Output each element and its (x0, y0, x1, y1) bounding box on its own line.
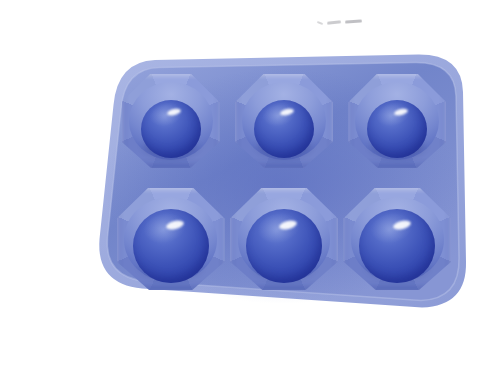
cavity (117, 188, 225, 290)
cavity-r1c1 (114, 62, 227, 180)
cavity (343, 188, 451, 290)
specular-highlight-icon (393, 108, 409, 118)
specular-highlight-icon (165, 219, 185, 231)
dome (133, 209, 209, 283)
specular-highlight-icon (166, 108, 182, 118)
cavity (348, 74, 446, 168)
cavity (235, 74, 333, 168)
dome (141, 100, 201, 158)
dome (359, 209, 435, 283)
dome (246, 209, 322, 283)
specular-highlight-icon (279, 219, 299, 231)
cavity-r2c1 (114, 180, 227, 298)
cavity-grid (100, 56, 468, 308)
cavity (230, 188, 338, 290)
cavity-r2c3 (341, 180, 454, 298)
cavity-r1c2 (227, 62, 340, 180)
dome (367, 100, 427, 158)
specular-highlight-icon (392, 219, 412, 231)
cavity-r1c3 (341, 62, 454, 180)
dome (254, 100, 314, 158)
product-photo: Overhead photo of a flexible blue silico… (40, 16, 500, 375)
cavity (122, 74, 220, 168)
cavity-r2c2 (227, 180, 340, 298)
specular-highlight-icon (280, 108, 296, 118)
